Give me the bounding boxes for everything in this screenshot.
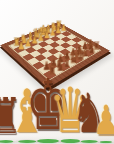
display-piece-pawn: ♟: [92, 110, 114, 141]
display-pieces-row: ♜♝♚♛♞♟: [0, 0, 114, 144]
pawn-glyph: ♟: [93, 101, 114, 141]
chess-set-photo: ♜♞♝♛♚♝♞♜♟♟♟♟♟♟♟♟♟♟♟♟♟♟♟♟♜♞♝♛♚♝♞♜ ♜♝♚♛♞♟: [0, 0, 114, 144]
